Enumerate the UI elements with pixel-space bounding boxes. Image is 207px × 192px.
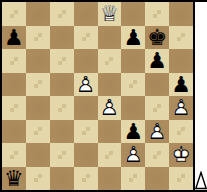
square-f7[interactable]: ♟ — [121, 26, 145, 50]
square-e2[interactable] — [98, 143, 122, 167]
square-e7[interactable] — [98, 26, 122, 50]
square-h7[interactable] — [169, 26, 193, 50]
white-pawn[interactable]: ♟♙ — [121, 143, 145, 167]
square-c4[interactable] — [50, 96, 74, 120]
square-h4[interactable]: ♟♙ — [169, 96, 193, 120]
square-c5[interactable] — [50, 73, 74, 97]
square-c3[interactable] — [50, 120, 74, 144]
black-queen[interactable]: ♛ — [2, 167, 26, 191]
square-d2[interactable] — [74, 143, 98, 167]
square-f1[interactable] — [121, 167, 145, 191]
square-d7[interactable] — [74, 26, 98, 50]
square-c1[interactable] — [50, 167, 74, 191]
square-g4[interactable] — [145, 96, 169, 120]
black-pawn[interactable]: ♟ — [169, 73, 193, 97]
chess-board: ♛♕♟♟♚♟♟♙♟♟♙♟♙♟♟♙♟♙♚♔♛ — [0, 0, 195, 192]
square-d3[interactable] — [74, 120, 98, 144]
square-h6[interactable] — [169, 49, 193, 73]
white-pawn[interactable]: ♟♙ — [98, 96, 122, 120]
square-b3[interactable] — [26, 120, 50, 144]
square-a1[interactable]: ♛ — [2, 167, 26, 191]
square-a6[interactable] — [2, 49, 26, 73]
square-a2[interactable] — [2, 143, 26, 167]
square-g7[interactable]: ♚ — [145, 26, 169, 50]
square-d5[interactable]: ♟♙ — [74, 73, 98, 97]
square-b4[interactable] — [26, 96, 50, 120]
square-e4[interactable]: ♟♙ — [98, 96, 122, 120]
square-d4[interactable] — [74, 96, 98, 120]
square-b6[interactable] — [26, 49, 50, 73]
square-b5[interactable] — [26, 73, 50, 97]
white-king[interactable]: ♚♔ — [169, 143, 193, 167]
white-to-move-icon — [195, 171, 207, 190]
square-h3[interactable] — [169, 120, 193, 144]
square-g3[interactable]: ♟♙ — [145, 120, 169, 144]
black-pawn[interactable]: ♟ — [121, 26, 145, 50]
white-pawn[interactable]: ♟♙ — [74, 73, 98, 97]
square-h1[interactable] — [169, 167, 193, 191]
square-b7[interactable] — [26, 26, 50, 50]
square-e5[interactable] — [98, 73, 122, 97]
board-bottom-border — [0, 190, 207, 192]
square-h8[interactable] — [169, 2, 193, 26]
square-f8[interactable] — [121, 2, 145, 26]
white-queen[interactable]: ♛♕ — [98, 2, 122, 26]
square-a7[interactable]: ♟ — [2, 26, 26, 50]
square-f2[interactable]: ♟♙ — [121, 143, 145, 167]
square-d8[interactable] — [74, 2, 98, 26]
square-e3[interactable] — [98, 120, 122, 144]
black-pawn[interactable]: ♟ — [121, 120, 145, 144]
square-a8[interactable] — [2, 2, 26, 26]
square-f6[interactable] — [121, 49, 145, 73]
black-pawn[interactable]: ♟ — [2, 26, 26, 50]
square-h2[interactable]: ♚♔ — [169, 143, 193, 167]
chess-diagram: ♛♕♟♟♚♟♟♙♟♟♙♟♙♟♟♙♟♙♚♔♛ — [0, 0, 207, 192]
square-g6[interactable]: ♟ — [145, 49, 169, 73]
square-g5[interactable] — [145, 73, 169, 97]
square-b8[interactable] — [26, 2, 50, 26]
square-d1[interactable] — [74, 167, 98, 191]
square-e1[interactable] — [98, 167, 122, 191]
square-g8[interactable] — [145, 2, 169, 26]
square-d6[interactable] — [74, 49, 98, 73]
black-king[interactable]: ♚ — [145, 26, 169, 50]
square-c6[interactable] — [50, 49, 74, 73]
square-c2[interactable] — [50, 143, 74, 167]
square-g1[interactable] — [145, 167, 169, 191]
board-top-border — [0, 0, 207, 2]
square-f4[interactable] — [121, 96, 145, 120]
square-a4[interactable] — [2, 96, 26, 120]
square-g2[interactable] — [145, 143, 169, 167]
black-pawn[interactable]: ♟ — [145, 49, 169, 73]
square-a3[interactable] — [2, 120, 26, 144]
square-c8[interactable] — [50, 2, 74, 26]
square-f3[interactable]: ♟ — [121, 120, 145, 144]
square-b2[interactable] — [26, 143, 50, 167]
square-b1[interactable] — [26, 167, 50, 191]
white-pawn[interactable]: ♟♙ — [169, 96, 193, 120]
square-f5[interactable] — [121, 73, 145, 97]
white-pawn[interactable]: ♟♙ — [145, 120, 169, 144]
side-margin — [195, 2, 207, 190]
square-c7[interactable] — [50, 26, 74, 50]
square-h5[interactable]: ♟ — [169, 73, 193, 97]
square-e8[interactable]: ♛♕ — [98, 2, 122, 26]
square-a5[interactable] — [2, 73, 26, 97]
square-e6[interactable] — [98, 49, 122, 73]
